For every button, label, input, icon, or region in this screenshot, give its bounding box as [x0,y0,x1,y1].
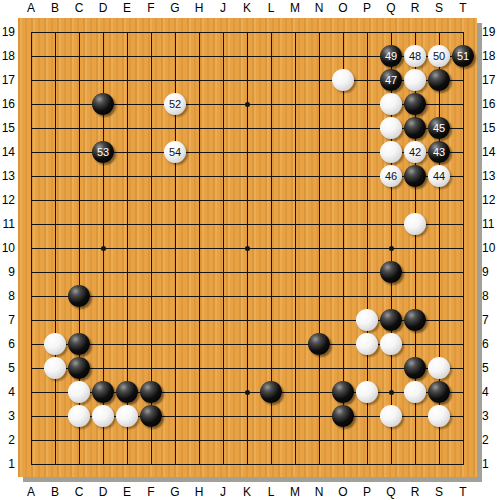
row-label-right-7: 7 [482,313,500,327]
column-label-top-K: K [235,1,259,15]
stone-black-O3[interactable] [332,405,354,427]
move-number-label: 52 [164,93,186,115]
stone-white-Q3[interactable] [380,405,402,427]
stone-white-Q16[interactable] [380,93,402,115]
stone-black-S14[interactable]: 43 [428,141,450,163]
move-number-label: 47 [380,69,402,91]
column-label-bottom-S: S [427,485,451,499]
column-label-bottom-R: R [403,485,427,499]
move-number-label: 51 [452,45,474,67]
column-label-top-E: E [115,1,139,15]
column-label-bottom-N: N [307,485,331,499]
stone-white-Q14[interactable] [380,141,402,163]
star-point-K4 [245,390,250,395]
column-label-top-T: T [451,1,475,15]
stone-white-D3[interactable] [92,405,114,427]
stone-black-D4[interactable] [92,381,114,403]
stone-white-R18[interactable]: 48 [404,45,426,67]
stone-white-B5[interactable] [44,357,66,379]
column-label-bottom-T: T [451,485,475,499]
column-label-top-C: C [67,1,91,15]
column-label-top-A: A [19,1,43,15]
column-label-top-D: D [91,1,115,15]
stone-black-F3[interactable] [140,405,162,427]
stone-black-S17[interactable] [428,69,450,91]
row-label-left-11: 11 [0,217,15,231]
row-label-left-12: 12 [0,193,15,207]
column-label-bottom-B: B [43,485,67,499]
stone-black-D14[interactable]: 53 [92,141,114,163]
row-label-right-15: 15 [482,121,500,135]
row-label-right-11: 11 [482,217,500,231]
stone-black-E4[interactable] [116,381,138,403]
stone-white-R11[interactable] [404,213,426,235]
stone-black-D16[interactable] [92,93,114,115]
stone-white-S13[interactable]: 44 [428,165,450,187]
column-label-top-M: M [283,1,307,15]
row-label-left-19: 19 [0,25,15,39]
row-label-right-16: 16 [482,97,500,111]
move-number-label: 54 [164,141,186,163]
stone-white-O17[interactable] [332,69,354,91]
row-label-left-13: 13 [0,169,15,183]
row-label-right-14: 14 [482,145,500,159]
stone-white-R17[interactable] [404,69,426,91]
column-label-top-N: N [307,1,331,15]
stone-black-F4[interactable] [140,381,162,403]
move-number-label: 49 [380,45,402,67]
stone-white-C3[interactable] [68,405,90,427]
row-label-left-18: 18 [0,49,15,63]
row-label-left-10: 10 [0,241,15,255]
row-label-right-6: 6 [482,337,500,351]
row-label-left-7: 7 [0,313,15,327]
row-label-right-18: 18 [482,49,500,63]
stone-white-C4[interactable] [68,381,90,403]
column-label-bottom-K: K [235,485,259,499]
stone-black-S4[interactable] [428,381,450,403]
column-label-top-F: F [139,1,163,15]
stone-black-Q9[interactable] [380,261,402,283]
row-label-left-14: 14 [0,145,15,159]
column-label-bottom-H: H [187,485,211,499]
star-point-D10 [101,246,106,251]
star-point-Q4 [389,390,394,395]
column-label-top-H: H [187,1,211,15]
stone-white-P4[interactable] [356,381,378,403]
column-label-top-O: O [331,1,355,15]
stone-black-R13[interactable] [404,165,426,187]
move-number-label: 50 [428,45,450,67]
stone-black-C8[interactable] [68,285,90,307]
row-label-right-10: 10 [482,241,500,255]
row-label-left-17: 17 [0,73,15,87]
stone-black-Q7[interactable] [380,309,402,331]
stone-white-Q15[interactable] [380,117,402,139]
stone-white-G16[interactable]: 52 [164,93,186,115]
move-number-label: 44 [428,165,450,187]
column-label-top-R: R [403,1,427,15]
row-label-left-2: 2 [0,433,15,447]
stone-black-R16[interactable] [404,93,426,115]
row-label-right-8: 8 [482,289,500,303]
row-label-right-17: 17 [482,73,500,87]
row-label-right-2: 2 [482,433,500,447]
stone-white-S18[interactable]: 50 [428,45,450,67]
column-label-bottom-E: E [115,485,139,499]
stone-white-Q13[interactable]: 46 [380,165,402,187]
star-point-K10 [245,246,250,251]
stone-black-Q17[interactable]: 47 [380,69,402,91]
row-label-left-16: 16 [0,97,15,111]
row-label-left-4: 4 [0,385,15,399]
column-label-top-J: J [211,1,235,15]
row-label-left-3: 3 [0,409,15,423]
stone-black-C6[interactable] [68,333,90,355]
column-label-top-Q: Q [379,1,403,15]
stone-black-O4[interactable] [332,381,354,403]
stone-black-T18[interactable]: 51 [452,45,474,67]
row-label-right-12: 12 [482,193,500,207]
column-label-bottom-A: A [19,485,43,499]
column-label-bottom-M: M [283,485,307,499]
stone-white-R4[interactable] [404,381,426,403]
stone-black-R5[interactable] [404,357,426,379]
row-label-right-4: 4 [482,385,500,399]
go-app-screen: AABBCCDDEEFFGGHHJJKKLLMMNNOOPPQQRRSSTT19… [0,0,500,500]
stone-black-S15[interactable]: 45 [428,117,450,139]
stone-white-P7[interactable] [356,309,378,331]
move-number-label: 42 [404,141,426,163]
row-label-right-13: 13 [482,169,500,183]
column-label-bottom-Q: Q [379,485,403,499]
stone-white-B6[interactable] [44,333,66,355]
column-label-bottom-J: J [211,485,235,499]
move-number-label: 43 [428,141,450,163]
column-label-bottom-F: F [139,485,163,499]
stone-white-S5[interactable] [428,357,450,379]
column-label-top-S: S [427,1,451,15]
row-label-left-1: 1 [0,457,15,471]
row-label-left-15: 15 [0,121,15,135]
move-number-label: 53 [92,141,114,163]
stone-white-S3[interactable] [428,405,450,427]
star-point-K16 [245,102,250,107]
row-label-left-6: 6 [0,337,15,351]
stone-white-R14[interactable]: 42 [404,141,426,163]
column-label-bottom-C: C [67,485,91,499]
column-label-bottom-L: L [259,485,283,499]
column-label-bottom-G: G [163,485,187,499]
stone-black-R7[interactable] [404,309,426,331]
stone-black-Q18[interactable]: 49 [380,45,402,67]
stone-black-L4[interactable] [260,381,282,403]
row-label-right-3: 3 [482,409,500,423]
column-label-top-B: B [43,1,67,15]
row-label-right-1: 1 [482,457,500,471]
stone-white-G14[interactable]: 54 [164,141,186,163]
row-label-right-5: 5 [482,361,500,375]
stone-black-C5[interactable] [68,357,90,379]
move-number-label: 48 [404,45,426,67]
row-label-right-19: 19 [482,25,500,39]
column-label-top-P: P [355,1,379,15]
stone-white-E3[interactable] [116,405,138,427]
column-label-bottom-P: P [355,485,379,499]
row-label-right-9: 9 [482,265,500,279]
column-label-bottom-O: O [331,485,355,499]
stone-white-Q6[interactable] [380,333,402,355]
star-point-Q10 [389,246,394,251]
stone-black-R15[interactable] [404,117,426,139]
column-label-top-L: L [259,1,283,15]
stone-black-N6[interactable] [308,333,330,355]
row-label-left-8: 8 [0,289,15,303]
column-label-top-G: G [163,1,187,15]
column-label-bottom-D: D [91,485,115,499]
row-label-left-9: 9 [0,265,15,279]
stone-white-P6[interactable] [356,333,378,355]
row-label-left-5: 5 [0,361,15,375]
move-number-label: 46 [380,165,402,187]
move-number-label: 45 [428,117,450,139]
